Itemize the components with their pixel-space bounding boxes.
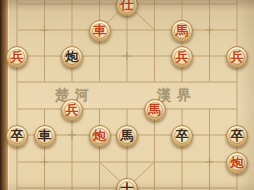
piece-black-col1-row7[interactable]: 卒 xyxy=(6,125,28,147)
xiangqi-board: 楚河 漢界 仕車馬兵炮兵兵兵馬卒車炮馬卒卒炮士 xyxy=(0,0,254,190)
piece-black-col5-row7[interactable]: 馬 xyxy=(116,125,138,147)
piece-character: 兵 xyxy=(11,50,24,63)
piece-character: 卒 xyxy=(176,129,189,142)
piece-red-col7-row4[interactable]: 兵 xyxy=(171,46,193,68)
piece-black-col2-row7[interactable]: 車 xyxy=(34,125,56,147)
board-edge-highlight xyxy=(8,0,9,190)
piece-character: 馬 xyxy=(176,24,189,37)
piece-character: 兵 xyxy=(176,50,189,63)
piece-black-col7-row7[interactable]: 卒 xyxy=(171,125,193,147)
piece-red-col4-row7[interactable]: 炮 xyxy=(89,125,111,147)
piece-character: 車 xyxy=(38,129,51,142)
piece-character: 車 xyxy=(93,24,106,37)
piece-red-col4-row3[interactable]: 車 xyxy=(89,20,111,42)
piece-character: 卒 xyxy=(11,129,24,142)
piece-red-col1-row4[interactable]: 兵 xyxy=(6,46,28,68)
board-left-edge xyxy=(0,0,8,190)
piece-black-col3-row4[interactable]: 炮 xyxy=(61,46,83,68)
piece-character: 馬 xyxy=(121,129,134,142)
piece-character: 士 xyxy=(121,182,134,190)
piece-character: 兵 xyxy=(66,103,79,116)
piece-red-col9-row8[interactable]: 炮 xyxy=(226,152,248,174)
piece-character: 炮 xyxy=(93,129,106,142)
piece-character: 炮 xyxy=(231,156,244,169)
piece-black-col9-row7[interactable]: 卒 xyxy=(226,125,248,147)
piece-character: 卒 xyxy=(231,129,244,142)
piece-red-col7-row3[interactable]: 馬 xyxy=(171,20,193,42)
piece-character: 仕 xyxy=(121,0,134,11)
piece-red-col3-row6[interactable]: 兵 xyxy=(61,99,83,121)
piece-red-col9-row4[interactable]: 兵 xyxy=(226,46,248,68)
piece-character: 炮 xyxy=(66,50,79,63)
board-grid xyxy=(0,0,254,190)
piece-character: 兵 xyxy=(231,50,244,63)
piece-character: 馬 xyxy=(148,103,161,116)
piece-red-col6-row6[interactable]: 馬 xyxy=(144,99,166,121)
